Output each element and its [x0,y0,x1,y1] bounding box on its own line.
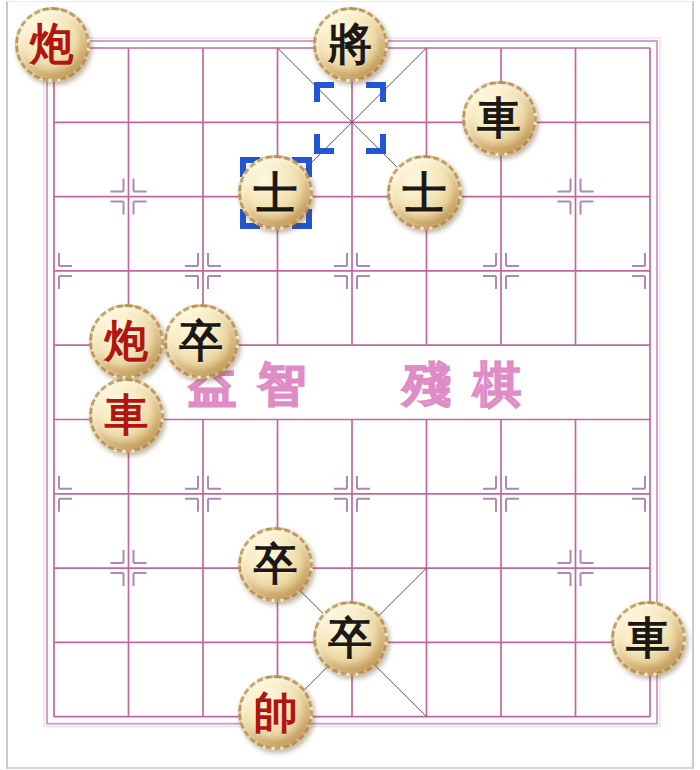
app-window: 益智 殘棋 炮 將 車 士 士 炮 卒 車 卒 卒 車 帥 [0,0,700,770]
piece-red-chariot[interactable]: 車 [89,378,164,453]
piece-black-soldier[interactable]: 卒 [164,304,239,379]
red-cannon-glyph: 炮 [105,319,149,363]
red-cannon-glyph: 炮 [30,22,74,66]
black-soldier-glyph: 卒 [328,616,372,660]
piece-black-general[interactable]: 將 [313,7,388,82]
black-general-glyph: 將 [328,22,372,66]
piece-black-advisor[interactable]: 士 [238,155,313,230]
black-chariot-glyph: 車 [626,616,670,660]
black-advisor-glyph: 士 [254,171,298,215]
piece-black-chariot[interactable]: 車 [462,81,537,156]
black-advisor-glyph: 士 [403,171,447,215]
last-move-from-marker [314,82,386,154]
black-soldier-glyph: 卒 [254,542,298,586]
black-chariot-glyph: 車 [477,96,521,140]
board-grid: 炮 將 車 士 士 炮 卒 車 卒 卒 車 帥 [17,11,688,754]
xiangqi-board[interactable]: 益智 殘棋 炮 將 車 士 士 炮 卒 車 卒 卒 車 帥 [0,0,700,770]
red-general-glyph: 帥 [254,691,298,735]
piece-red-cannon[interactable]: 炮 [89,304,164,379]
black-soldier-glyph: 卒 [179,319,223,363]
piece-red-general[interactable]: 帥 [238,675,313,750]
piece-black-soldier[interactable]: 卒 [238,527,313,602]
piece-black-soldier[interactable]: 卒 [313,601,388,676]
piece-black-advisor[interactable]: 士 [387,155,462,230]
piece-black-chariot[interactable]: 車 [611,601,686,676]
red-chariot-glyph: 車 [105,393,149,437]
piece-red-cannon[interactable]: 炮 [15,7,90,82]
